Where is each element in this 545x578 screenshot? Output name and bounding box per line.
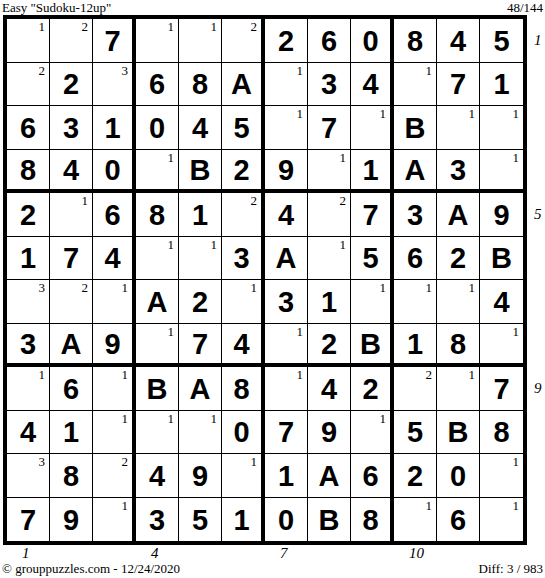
cell-r11c2[interactable]: 8	[50, 454, 93, 498]
pencil-mark: 1	[513, 107, 520, 120]
cell-r6c4[interactable]: 1	[136, 237, 179, 281]
cell-r9c12[interactable]: 7	[480, 367, 523, 411]
cell-value: 8	[233, 375, 249, 404]
footer: © grouppuzzles.com - 12/24/2020 Diff: 3 …	[0, 562, 545, 576]
cell-r10c12[interactable]: 8	[480, 411, 523, 455]
pencil-mark: 1	[39, 368, 46, 381]
cell-r11c9[interactable]: 6	[351, 454, 394, 498]
cell-r4c5[interactable]: B	[179, 150, 222, 194]
cell-value: 6	[362, 462, 378, 491]
pencil-mark: 1	[122, 412, 129, 425]
cell-value: 5	[407, 418, 423, 447]
cell-r3c11[interactable]: 1	[437, 106, 480, 150]
cell-r12c5[interactable]: 5	[179, 498, 222, 542]
cell-r3c8[interactable]: 7	[308, 106, 351, 150]
pencil-mark: 1	[168, 151, 175, 164]
cell-r6c11[interactable]: 2	[437, 237, 480, 281]
cell-r5c5[interactable]: 1	[179, 193, 222, 237]
cell-value: 3	[149, 506, 165, 535]
cell-value: 5	[192, 506, 208, 535]
cell-r6c3[interactable]: 4	[93, 237, 136, 281]
cell-r8c11[interactable]: 8	[437, 324, 480, 368]
puzzle-counter: 48/144	[507, 1, 543, 14]
row-label-9: 9	[534, 380, 545, 396]
cell-value: 2	[407, 462, 423, 491]
cell-value: B	[405, 114, 426, 143]
copyright-text: © grouppuzzles.com - 12/24/2020	[2, 562, 180, 576]
cell-value: 7	[192, 330, 208, 359]
pencil-mark: 1	[426, 281, 433, 294]
cell-value: 7	[362, 201, 378, 230]
cell-r8c1[interactable]: 3	[7, 324, 50, 368]
cell-value: 0	[149, 114, 165, 143]
cell-r6c6[interactable]: 3	[222, 237, 265, 281]
cell-r10c4[interactable]: 1	[136, 411, 179, 455]
pencil-mark: 1	[513, 151, 520, 164]
cell-r7c8[interactable]: 1	[308, 280, 351, 324]
cell-r10c10[interactable]: 5	[394, 411, 437, 455]
cell-r1c10[interactable]: 8	[394, 19, 437, 63]
col-label-10: 10	[409, 546, 424, 561]
cell-r8c3[interactable]: 9	[93, 324, 136, 368]
cell-r9c3[interactable]: 1	[93, 367, 136, 411]
cell-value: 6	[20, 114, 36, 143]
cell-r5c6[interactable]: 2	[222, 193, 265, 237]
cell-r9c8[interactable]: 4	[308, 367, 351, 411]
pencil-mark: 1	[469, 281, 476, 294]
cell-r7c9[interactable]: 1	[351, 280, 394, 324]
cell-r10c6[interactable]: 0	[222, 411, 265, 455]
cell-r1c7[interactable]: 2	[265, 19, 308, 63]
cell-r4c7[interactable]: 9	[265, 150, 308, 194]
cell-r8c6[interactable]: 4	[222, 324, 265, 368]
cell-r11c7[interactable]: 1	[265, 454, 308, 498]
cell-r10c7[interactable]: 7	[265, 411, 308, 455]
cell-value: 1	[233, 506, 249, 535]
row-label-1: 1	[534, 32, 545, 48]
cell-value: A	[61, 330, 82, 359]
cell-r12c7[interactable]: 0	[265, 498, 308, 542]
cell-value: B	[360, 330, 381, 359]
difficulty-text: Diff: 3 / 983	[479, 562, 543, 576]
cell-r9c7[interactable]: 1	[265, 367, 308, 411]
cell-value: 3	[450, 156, 466, 185]
sudoku-grid: 12711226084522368A134171631045171B118401…	[3, 15, 527, 545]
cell-value: 7	[278, 418, 294, 447]
cell-r5c11[interactable]: A	[437, 193, 480, 237]
cell-r6c8[interactable]: 1	[308, 237, 351, 281]
cell-r8c12[interactable]: 1	[480, 324, 523, 368]
cell-r4c10[interactable]: A	[394, 150, 437, 194]
cell-r7c10[interactable]: 1	[394, 280, 437, 324]
cell-value: 8	[407, 27, 423, 56]
pencil-mark: 1	[168, 238, 175, 251]
cell-r8c4[interactable]: 1	[136, 324, 179, 368]
cell-r6c9[interactable]: 5	[351, 237, 394, 281]
row-label-5: 5	[534, 206, 545, 222]
cell-r7c5[interactable]: 2	[179, 280, 222, 324]
cell-r3c2[interactable]: 3	[50, 106, 93, 150]
cell-r10c2[interactable]: 1	[50, 411, 93, 455]
cell-r4c2[interactable]: 4	[50, 150, 93, 194]
cell-r9c1[interactable]: 1	[7, 367, 50, 411]
cell-value: 2	[192, 288, 208, 317]
cell-r5c12[interactable]: 9	[480, 193, 523, 237]
cell-r8c8[interactable]: 2	[308, 324, 351, 368]
cell-r6c10[interactable]: 6	[394, 237, 437, 281]
cell-value: 9	[278, 156, 294, 185]
cell-value: 9	[321, 418, 337, 447]
cell-r1c5[interactable]: 1	[179, 19, 222, 63]
pencil-mark: 1	[211, 20, 218, 33]
cell-value: 3	[278, 288, 294, 317]
cell-r4c11[interactable]: 3	[437, 150, 480, 194]
cell-value: 4	[493, 288, 509, 317]
cell-r10c8[interactable]: 9	[308, 411, 351, 455]
cell-value: 8	[493, 418, 509, 447]
cell-r12c12[interactable]: 1	[480, 498, 523, 542]
cell-r7c3[interactable]: 1	[93, 280, 136, 324]
cell-r6c5[interactable]: 1	[179, 237, 222, 281]
cell-value: 2	[20, 201, 36, 230]
cell-value: 7	[321, 114, 337, 143]
cell-r11c10[interactable]: 2	[394, 454, 437, 498]
col-labels: 14710	[0, 545, 545, 562]
pencil-mark: 1	[297, 368, 304, 381]
cell-r11c6[interactable]: 1	[222, 454, 265, 498]
cell-r2c12[interactable]: 1	[480, 63, 523, 107]
cell-value: 8	[63, 462, 79, 491]
cell-r2c4[interactable]: 6	[136, 63, 179, 107]
cell-r6c1[interactable]: 1	[7, 237, 50, 281]
cell-value: B	[448, 418, 469, 447]
cell-r3c6[interactable]: 5	[222, 106, 265, 150]
cell-value: 1	[20, 244, 36, 273]
cell-r5c7[interactable]: 4	[265, 193, 308, 237]
cell-value: 8	[362, 506, 378, 535]
cell-value: 6	[450, 506, 466, 535]
cell-r1c1[interactable]: 1	[7, 19, 50, 63]
pencil-mark: 2	[251, 194, 258, 207]
pencil-mark: 2	[39, 64, 46, 77]
cell-value: 5	[362, 244, 378, 273]
cell-value: A	[448, 201, 469, 230]
cell-value: 0	[233, 418, 249, 447]
cell-value: 3	[20, 330, 36, 359]
cell-value: 1	[63, 418, 79, 447]
cell-r4c3[interactable]: 0	[93, 150, 136, 194]
pencil-mark: 1	[122, 499, 129, 512]
cell-r5c3[interactable]: 6	[93, 193, 136, 237]
cell-r10c1[interactable]: 4	[7, 411, 50, 455]
cell-r2c8[interactable]: 3	[308, 63, 351, 107]
cell-value: 8	[450, 330, 466, 359]
cell-r5c1[interactable]: 2	[7, 193, 50, 237]
cell-r1c11[interactable]: 4	[437, 19, 480, 63]
pencil-mark: 1	[168, 325, 175, 338]
col-label-4: 4	[151, 546, 159, 561]
pencil-mark: 1	[380, 107, 387, 120]
pencil-mark: 1	[297, 325, 304, 338]
cell-r12c2[interactable]: 9	[50, 498, 93, 542]
cell-r4c12[interactable]: 1	[480, 150, 523, 194]
col-label-1: 1	[22, 546, 30, 561]
pencil-mark: 1	[380, 281, 387, 294]
cell-r1c4[interactable]: 1	[136, 19, 179, 63]
cell-r4c4[interactable]: 1	[136, 150, 179, 194]
cell-value: 4	[278, 201, 294, 230]
cell-r9c10[interactable]: 2	[394, 367, 437, 411]
cell-r2c11[interactable]: 7	[437, 63, 480, 107]
cell-r1c8[interactable]: 6	[308, 19, 351, 63]
cell-r2c6[interactable]: A	[222, 63, 265, 107]
pencil-mark: 3	[39, 455, 46, 468]
cell-value: 0	[362, 27, 378, 56]
pencil-mark: 1	[39, 20, 46, 33]
cell-r2c5[interactable]: 8	[179, 63, 222, 107]
cell-r1c12[interactable]: 5	[480, 19, 523, 63]
pencil-mark: 1	[168, 20, 175, 33]
cell-value: 6	[104, 201, 120, 230]
cell-value: 0	[104, 156, 120, 185]
cell-r3c10[interactable]: B	[394, 106, 437, 150]
cell-value: 7	[493, 375, 509, 404]
cell-value: B	[190, 156, 211, 185]
cell-value: 1	[493, 70, 509, 99]
cell-value: 3	[233, 244, 249, 273]
cell-value: 4	[321, 375, 337, 404]
pencil-mark: 1	[469, 107, 476, 120]
pencil-mark: 1	[426, 499, 433, 512]
pencil-mark: 2	[340, 194, 347, 207]
pencil-mark: 1	[513, 325, 520, 338]
cell-r4c6[interactable]: 2	[222, 150, 265, 194]
cell-value: 9	[192, 462, 208, 491]
pencil-mark: 1	[340, 238, 347, 251]
cell-r11c1[interactable]: 3	[7, 454, 50, 498]
cell-r2c7[interactable]: 1	[265, 63, 308, 107]
cell-r5c2[interactable]: 1	[50, 193, 93, 237]
cell-value: 1	[278, 462, 294, 491]
cell-value: 2	[278, 27, 294, 56]
cell-r10c3[interactable]: 1	[93, 411, 136, 455]
cell-r9c4[interactable]: B	[136, 367, 179, 411]
cell-r3c5[interactable]: 4	[179, 106, 222, 150]
header: Easy "Sudoku-12up" 48/144	[0, 0, 545, 15]
cell-r2c1[interactable]: 2	[7, 63, 50, 107]
cell-r4c8[interactable]: 1	[308, 150, 351, 194]
cell-value: 2	[321, 330, 337, 359]
cell-r1c9[interactable]: 0	[351, 19, 394, 63]
pencil-mark: 1	[297, 107, 304, 120]
cell-r8c10[interactable]: 1	[394, 324, 437, 368]
cell-value: 9	[104, 330, 120, 359]
cell-r11c5[interactable]: 9	[179, 454, 222, 498]
cell-r12c9[interactable]: 8	[351, 498, 394, 542]
pencil-mark: 1	[251, 281, 258, 294]
cell-value: 7	[450, 70, 466, 99]
cell-value: 5	[493, 27, 509, 56]
cell-r12c10[interactable]: 1	[394, 498, 437, 542]
cell-r9c2[interactable]: 6	[50, 367, 93, 411]
pencil-mark: 1	[513, 455, 520, 468]
cell-r9c11[interactable]: 1	[437, 367, 480, 411]
cell-value: 0	[278, 506, 294, 535]
pencil-mark: 2	[122, 455, 129, 468]
cell-r10c5[interactable]: 1	[179, 411, 222, 455]
cell-r11c4[interactable]: 4	[136, 454, 179, 498]
cell-r1c2[interactable]: 2	[50, 19, 93, 63]
cell-r2c2[interactable]: 2	[50, 63, 93, 107]
cell-r10c9[interactable]: 1	[351, 411, 394, 455]
pencil-mark: 1	[297, 64, 304, 77]
cell-value: 2	[233, 156, 249, 185]
cell-r3c1[interactable]: 6	[7, 106, 50, 150]
pencil-mark: 1	[122, 368, 129, 381]
cell-r7c1[interactable]: 3	[7, 280, 50, 324]
cell-r3c3[interactable]: 1	[93, 106, 136, 150]
pencil-mark: 1	[211, 412, 218, 425]
pencil-mark: 1	[513, 499, 520, 512]
cell-r9c6[interactable]: 8	[222, 367, 265, 411]
cell-value: 4	[233, 330, 249, 359]
pencil-mark: 1	[469, 368, 476, 381]
cell-value: 9	[493, 201, 509, 230]
pencil-mark: 1	[426, 64, 433, 77]
cell-r3c4[interactable]: 0	[136, 106, 179, 150]
cell-r12c11[interactable]: 6	[437, 498, 480, 542]
cell-r5c4[interactable]: 8	[136, 193, 179, 237]
cell-r12c6[interactable]: 1	[222, 498, 265, 542]
cell-value: 2	[450, 244, 466, 273]
col-label-7: 7	[280, 546, 288, 561]
cell-value: A	[147, 288, 168, 317]
cell-value: 7	[104, 27, 120, 56]
cell-r1c3[interactable]: 7	[93, 19, 136, 63]
cell-r7c6[interactable]: 1	[222, 280, 265, 324]
cell-r5c10[interactable]: 3	[394, 193, 437, 237]
cell-value: A	[319, 462, 340, 491]
cell-value: A	[405, 156, 426, 185]
pencil-mark: 2	[251, 20, 258, 33]
cell-r3c12[interactable]: 1	[480, 106, 523, 150]
cell-value: 3	[321, 70, 337, 99]
cell-r7c12[interactable]: 4	[480, 280, 523, 324]
cell-r7c7[interactable]: 3	[265, 280, 308, 324]
cell-value: 5	[233, 114, 249, 143]
cell-value: 1	[104, 114, 120, 143]
cell-value: 6	[321, 27, 337, 56]
cell-value: 0	[450, 462, 466, 491]
cell-value: 8	[192, 70, 208, 99]
pencil-mark: 2	[82, 281, 89, 294]
pencil-mark: 3	[122, 64, 129, 77]
cell-value: 1	[321, 288, 337, 317]
board: 12711226084522368A134171631045171B118401…	[3, 15, 543, 545]
cell-r12c8[interactable]: B	[308, 498, 351, 542]
pencil-mark: 1	[82, 194, 89, 207]
cell-value: 8	[20, 156, 36, 185]
cell-r8c9[interactable]: B	[351, 324, 394, 368]
cell-r11c12[interactable]: 1	[480, 454, 523, 498]
cell-r4c1[interactable]: 8	[7, 150, 50, 194]
cell-value: 4	[20, 418, 36, 447]
cell-r11c3[interactable]: 2	[93, 454, 136, 498]
cell-r6c7[interactable]: A	[265, 237, 308, 281]
pencil-mark: 1	[340, 151, 347, 164]
cell-value: A	[190, 375, 211, 404]
cell-r6c2[interactable]: 7	[50, 237, 93, 281]
cell-r2c9[interactable]: 4	[351, 63, 394, 107]
cell-r4c9[interactable]: 1	[351, 150, 394, 194]
cell-r7c11[interactable]: 1	[437, 280, 480, 324]
pencil-mark: 3	[39, 281, 46, 294]
cell-value: 2	[63, 70, 79, 99]
cell-r7c4[interactable]: A	[136, 280, 179, 324]
cell-r12c3[interactable]: 1	[93, 498, 136, 542]
cell-value: 3	[407, 201, 423, 230]
cell-value: 6	[63, 375, 79, 404]
cell-value: 6	[149, 70, 165, 99]
cell-value: 4	[362, 70, 378, 99]
cell-r9c9[interactable]: 2	[351, 367, 394, 411]
cell-value: 1	[192, 201, 208, 230]
cell-value: 7	[63, 244, 79, 273]
cell-r11c8[interactable]: A	[308, 454, 351, 498]
cell-value: 7	[20, 506, 36, 535]
pencil-mark: 1	[380, 412, 387, 425]
cell-r3c7[interactable]: 1	[265, 106, 308, 150]
cell-value: 1	[362, 156, 378, 185]
pencil-mark: 1	[211, 238, 218, 251]
cell-value: A	[231, 70, 252, 99]
cell-r8c2[interactable]: A	[50, 324, 93, 368]
cell-r12c1[interactable]: 7	[7, 498, 50, 542]
cell-value: 1	[407, 330, 423, 359]
cell-value: 4	[63, 156, 79, 185]
pencil-mark: 1	[168, 412, 175, 425]
cell-r11c11[interactable]: 0	[437, 454, 480, 498]
cell-value: 2	[362, 375, 378, 404]
pencil-mark: 2	[82, 20, 89, 33]
pencil-mark: 1	[122, 281, 129, 294]
cell-r12c4[interactable]: 3	[136, 498, 179, 542]
cell-r9c5[interactable]: A	[179, 367, 222, 411]
cell-r5c9[interactable]: 7	[351, 193, 394, 237]
cell-value: 4	[104, 244, 120, 273]
cell-value: 4	[149, 462, 165, 491]
pencil-mark: 1	[251, 455, 258, 468]
cell-value: B	[147, 375, 168, 404]
cell-r7c2[interactable]: 2	[50, 280, 93, 324]
pencil-mark: 2	[426, 368, 433, 381]
cell-r6c12[interactable]: B	[480, 237, 523, 281]
cell-r1c6[interactable]: 2	[222, 19, 265, 63]
cell-value: 4	[192, 114, 208, 143]
cell-r2c3[interactable]: 3	[93, 63, 136, 107]
cell-value: 3	[63, 114, 79, 143]
cell-r8c5[interactable]: 7	[179, 324, 222, 368]
cell-value: A	[276, 244, 297, 273]
cell-r5c8[interactable]: 2	[308, 193, 351, 237]
cell-value: B	[491, 244, 512, 273]
cell-r10c11[interactable]: B	[437, 411, 480, 455]
cell-r8c7[interactable]: 1	[265, 324, 308, 368]
cell-value: B	[319, 506, 340, 535]
page-title: Easy "Sudoku-12up"	[2, 1, 111, 14]
cell-r3c9[interactable]: 1	[351, 106, 394, 150]
cell-r2c10[interactable]: 1	[394, 63, 437, 107]
